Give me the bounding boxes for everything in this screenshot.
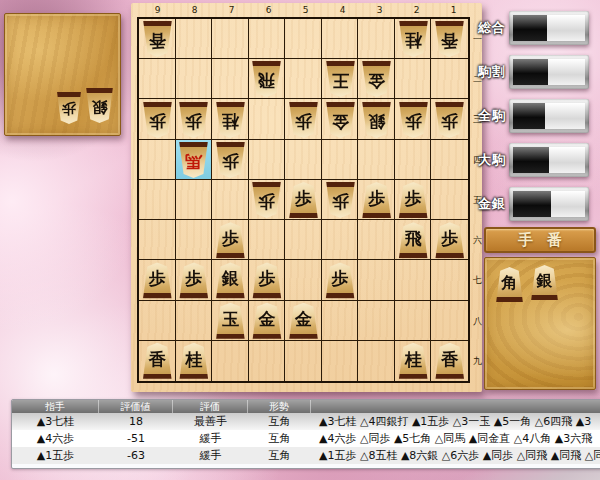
file-label-8: 8	[176, 5, 213, 15]
gauge-bar	[509, 11, 589, 45]
gauge-black-portion	[513, 59, 548, 85]
gauge-総合: 総合	[472, 10, 594, 46]
square-7-2[interactable]	[212, 59, 249, 99]
square-5-2[interactable]	[285, 59, 322, 99]
rank-label-8: 八	[473, 301, 482, 341]
piece-kanji: 歩	[295, 113, 312, 130]
gauge-black-portion	[513, 147, 549, 173]
piece-kanji: 歩	[62, 103, 76, 117]
gauge-white-portion	[549, 147, 585, 173]
analysis-panel: 指手評価値評価形勢 ▲3七桂18最善手互角▲3七桂 △4四銀打 ▲1五歩 △3一…	[11, 399, 600, 469]
square-5-6[interactable]	[285, 220, 322, 260]
piece-kanji: 飛	[258, 72, 275, 89]
move-cell: ▲3七桂	[12, 413, 99, 430]
square-5-4[interactable]	[285, 140, 322, 180]
square-5-9[interactable]	[285, 341, 322, 381]
analysis-row-2[interactable]: ▲4六歩-51緩手互角▲4六歩 △同歩 ▲5七角 △同馬 ▲同金直 △4八角 ▲…	[12, 430, 600, 447]
piece-kanji: 歩	[295, 190, 312, 207]
line-cell: ▲4六歩 △同歩 ▲5七角 △同馬 ▲同金直 △4八角 ▲3六飛	[311, 430, 600, 447]
square-4-8[interactable]	[322, 301, 359, 341]
gauge-label: 全駒	[472, 107, 506, 125]
square-8-6[interactable]	[176, 220, 213, 260]
piece-kanji: 歩	[332, 270, 349, 287]
file-label-6: 6	[250, 5, 287, 15]
file-label-3: 3	[361, 5, 398, 15]
piece-kanji: 歩	[149, 113, 166, 130]
square-3-8[interactable]	[358, 301, 395, 341]
gauge-全駒: 全駒	[472, 98, 594, 134]
gauge-black-portion	[513, 15, 547, 41]
header-形勢: 形勢	[248, 400, 311, 413]
square-1-5[interactable]	[431, 180, 468, 220]
square-1-7[interactable]	[431, 260, 468, 300]
square-8-5[interactable]	[176, 180, 213, 220]
gauge-label: 金銀	[472, 195, 506, 213]
gauge-大駒: 大駒	[472, 142, 594, 178]
square-6-9[interactable]	[249, 341, 286, 381]
square-9-8[interactable]	[139, 301, 176, 341]
piece-kanji: 銀	[368, 113, 385, 130]
piece-kanji: 桂	[222, 113, 239, 130]
rank-label-7: 七	[473, 260, 482, 300]
gauge-white-portion	[551, 191, 585, 217]
header-line	[311, 400, 600, 413]
piece-kanji: 馬	[185, 153, 202, 170]
score-cell: -51	[99, 430, 173, 447]
line-cell: ▲1五歩 △8五桂 ▲8六銀 △6六歩 ▲同歩 △同飛 ▲同飛 △同	[311, 447, 600, 464]
analysis-table-header: 指手評価値評価形勢	[12, 400, 600, 413]
square-6-6[interactable]	[249, 220, 286, 260]
piece-kanji: 桂	[405, 351, 422, 368]
square-7-9[interactable]	[212, 341, 249, 381]
move-cell: ▲1五歩	[12, 447, 99, 464]
square-4-4[interactable]	[322, 140, 359, 180]
line-cell: ▲3七桂 △4四銀打 ▲1五歩 △3一玉 ▲5一角 △6四飛 ▲3	[311, 413, 600, 430]
piece-kanji: 銀	[222, 270, 239, 287]
square-3-4[interactable]	[358, 140, 395, 180]
square-3-7[interactable]	[358, 260, 395, 300]
square-1-2[interactable]	[431, 59, 468, 99]
gauge-black-portion	[513, 191, 551, 217]
piece-kanji: 歩	[405, 190, 422, 207]
square-9-5[interactable]	[139, 180, 176, 220]
gauge-bar	[509, 99, 589, 133]
square-5-1[interactable]	[285, 19, 322, 59]
gauge-label: 大駒	[472, 151, 506, 169]
move-cell: ▲4六歩	[12, 430, 99, 447]
square-6-1[interactable]	[249, 19, 286, 59]
balance-cell: 互角	[248, 413, 311, 430]
rank-label-9: 九	[473, 341, 482, 381]
piece-kanji: 桂	[185, 351, 202, 368]
assessment-cell: 緩手	[173, 447, 248, 464]
file-coordinates: 987654321	[139, 5, 472, 15]
gauge-bar	[509, 143, 589, 177]
balance-cell: 互角	[248, 447, 311, 464]
piece-kanji: 歩	[185, 270, 202, 287]
file-label-5: 5	[287, 5, 324, 15]
square-3-9[interactable]	[358, 341, 395, 381]
piece-kanji: 歩	[222, 153, 239, 170]
gauge-black-portion	[513, 103, 545, 129]
turn-indicator: 手番	[484, 227, 596, 253]
piece-kanji: 香	[441, 351, 458, 368]
square-4-9[interactable]	[322, 341, 359, 381]
piece-kanji: 王	[332, 72, 349, 89]
square-2-8[interactable]	[395, 301, 432, 341]
gauge-label: 総合	[472, 19, 506, 37]
square-9-6[interactable]	[139, 220, 176, 260]
piece-kanji: 金	[368, 72, 385, 89]
piece-kanji: 銀	[537, 273, 553, 289]
analysis-row-1[interactable]: ▲3七桂18最善手互角▲3七桂 △4四銀打 ▲1五歩 △3一玉 ▲5一角 △6四…	[12, 413, 600, 430]
piece-kanji: 歩	[332, 193, 349, 210]
square-3-6[interactable]	[358, 220, 395, 260]
square-8-2[interactable]	[176, 59, 213, 99]
square-6-4[interactable]	[249, 140, 286, 180]
square-7-5[interactable]	[212, 180, 249, 220]
piece-kanji: 角	[502, 275, 518, 291]
gauge-white-portion	[545, 103, 585, 129]
piece-kanji: 香	[149, 32, 166, 49]
piece-kanji: 飛	[405, 230, 422, 247]
square-7-1[interactable]	[212, 19, 249, 59]
balance-cell: 互角	[248, 430, 311, 447]
piece-kanji: 金	[332, 113, 349, 130]
gauge-label: 駒割	[472, 63, 506, 81]
score-cell: -63	[99, 447, 173, 464]
piece-kanji: 桂	[405, 32, 422, 49]
rank-label-6: 六	[473, 220, 482, 260]
square-3-1[interactable]	[358, 19, 395, 59]
header-評価: 評価	[173, 400, 248, 413]
piece-kanji: 金	[295, 311, 312, 328]
piece-kanji: 歩	[441, 113, 458, 130]
piece-kanji: 香	[441, 32, 458, 49]
analysis-row-3[interactable]: ▲1五歩-63緩手互角▲1五歩 △8五桂 ▲8六銀 △6六歩 ▲同歩 △同飛 ▲…	[12, 447, 600, 464]
piece-kanji: 歩	[258, 270, 275, 287]
piece-kanji: 歩	[441, 230, 458, 247]
piece-kanji: 歩	[222, 230, 239, 247]
gauge-bar	[509, 187, 589, 221]
gauge-white-portion	[548, 59, 585, 85]
piece-kanji: 銀	[92, 99, 108, 115]
square-2-2[interactable]	[395, 59, 432, 99]
file-label-4: 4	[324, 5, 361, 15]
square-6-3[interactable]	[249, 99, 286, 139]
file-label-9: 9	[139, 5, 176, 15]
score-cell: 18	[99, 413, 173, 430]
square-2-7[interactable]	[395, 260, 432, 300]
analysis-table-rows: ▲3七桂18最善手互角▲3七桂 △4四銀打 ▲1五歩 △3一玉 ▲5一角 △6四…	[12, 413, 600, 464]
square-4-1[interactable]	[322, 19, 359, 59]
square-1-8[interactable]	[431, 301, 468, 341]
piece-kanji: 香	[149, 351, 166, 368]
square-8-8[interactable]	[176, 301, 213, 341]
square-9-2[interactable]	[139, 59, 176, 99]
square-4-6[interactable]	[322, 220, 359, 260]
square-9-4[interactable]	[139, 140, 176, 180]
file-label-7: 7	[213, 5, 250, 15]
header-評価値: 評価値	[99, 400, 173, 413]
file-label-2: 2	[398, 5, 435, 15]
evaluation-gauges: 総合駒割全駒大駒金銀	[472, 10, 594, 222]
piece-kanji: 歩	[368, 190, 385, 207]
square-8-1[interactable]	[176, 19, 213, 59]
square-1-4[interactable]	[431, 140, 468, 180]
gauge-white-portion	[547, 15, 585, 41]
piece-kanji: 金	[258, 311, 275, 328]
piece-kanji: 歩	[405, 113, 422, 130]
app-window: 987654321 一二三四五六七八九 総合駒割全駒大駒金銀 手番 指手評価値評…	[0, 0, 600, 480]
gauge-bar	[509, 55, 589, 89]
square-2-4[interactable]	[395, 140, 432, 180]
piece-kanji: 歩	[149, 270, 166, 287]
piece-kanji: 玉	[222, 311, 239, 328]
square-5-7[interactable]	[285, 260, 322, 300]
piece-kanji: 歩	[258, 193, 275, 210]
turn-indicator-label: 手番	[504, 231, 576, 250]
header-指手: 指手	[12, 400, 99, 413]
piece-kanji: 歩	[185, 113, 202, 130]
gauge-駒割: 駒割	[472, 54, 594, 90]
file-label-1: 1	[435, 5, 472, 15]
gauge-金銀: 金銀	[472, 186, 594, 222]
assessment-cell: 緩手	[173, 430, 248, 447]
assessment-cell: 最善手	[173, 413, 248, 430]
